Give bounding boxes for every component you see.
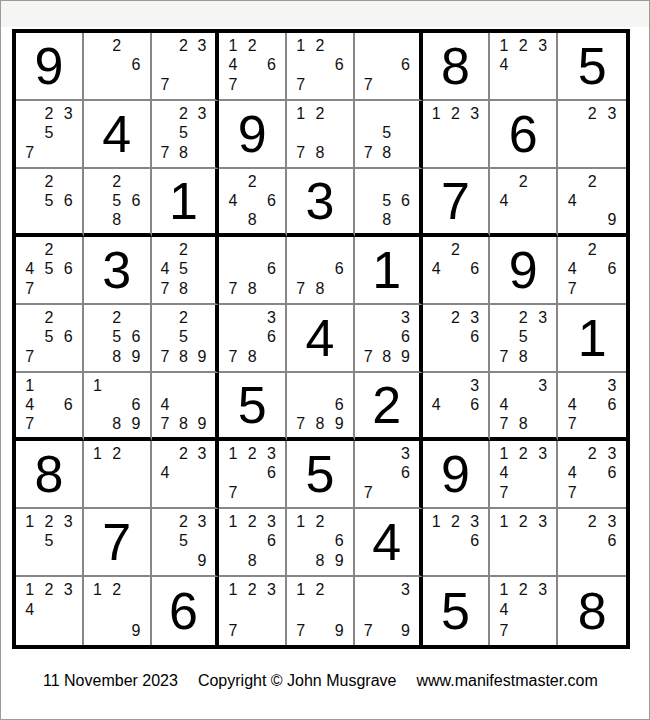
pencil-slot-empty bbox=[514, 191, 533, 210]
pencil-mark-8: 8 bbox=[174, 143, 193, 163]
pencil-marks: 246 bbox=[423, 237, 489, 303]
cell-r3c1[interactable]: 256 bbox=[16, 169, 84, 237]
cell-r5c2[interactable]: 25689 bbox=[84, 305, 152, 373]
pencil-slot-empty bbox=[396, 143, 415, 163]
pencil-mark-6: 6 bbox=[465, 260, 484, 280]
cell-r8c9[interactable]: 236 bbox=[558, 509, 626, 577]
cell-r4c8[interactable]: 9 bbox=[490, 237, 558, 305]
pencil-slot-empty bbox=[514, 376, 533, 395]
cell-r2c5[interactable]: 1278 bbox=[287, 101, 355, 169]
pencil-mark-2: 2 bbox=[582, 172, 602, 191]
pencil-mark-7: 7 bbox=[156, 414, 175, 433]
pencil-slot-empty bbox=[223, 172, 242, 191]
cell-r5c6[interactable]: 36789 bbox=[355, 305, 423, 373]
cell-r5c5[interactable]: 4 bbox=[287, 305, 355, 373]
pencil-slot-empty bbox=[359, 172, 378, 191]
cell-r8c3[interactable]: 2359 bbox=[152, 509, 220, 577]
pencil-slot-empty bbox=[20, 551, 39, 571]
pencil-marks: 12 bbox=[84, 441, 150, 507]
pencil-mark-3: 3 bbox=[262, 580, 281, 600]
cell-r9c7[interactable]: 5 bbox=[423, 577, 491, 645]
pencil-slot-empty bbox=[446, 414, 465, 433]
pencil-mark-2: 2 bbox=[39, 512, 58, 532]
cell-r7c8[interactable]: 12347 bbox=[490, 441, 558, 509]
cell-value: 9 bbox=[16, 33, 82, 99]
pencil-slot-empty bbox=[330, 104, 349, 124]
pencil-marks: 12368 bbox=[219, 509, 285, 575]
cell-r2c7[interactable]: 123 bbox=[423, 101, 491, 169]
pencil-slot-empty bbox=[262, 600, 281, 620]
pencil-slot-empty bbox=[562, 124, 582, 144]
pencil-slot-empty bbox=[427, 532, 446, 552]
pencil-slot-empty bbox=[377, 75, 396, 95]
pencil-slot-empty bbox=[310, 395, 329, 414]
page-footer: 11 November 2023Copyright © John Musgrav… bbox=[43, 672, 598, 690]
cell-r5c7[interactable]: 236 bbox=[423, 305, 491, 373]
pencil-mark-5: 5 bbox=[514, 328, 533, 348]
cell-r8c1[interactable]: 1235 bbox=[16, 509, 84, 577]
cell-r2c3[interactable]: 23578 bbox=[152, 101, 220, 169]
cell-r1c3[interactable]: 237 bbox=[152, 33, 220, 101]
pencil-slot-empty bbox=[465, 347, 484, 367]
puzzle-date: 11 November 2023 bbox=[43, 672, 178, 689]
cell-r9c1[interactable]: 1234 bbox=[16, 577, 84, 645]
cell-r9c5[interactable]: 1279 bbox=[287, 577, 355, 645]
pencil-mark-6: 6 bbox=[396, 464, 415, 484]
pencil-slot-empty bbox=[427, 328, 446, 348]
cell-r7c6[interactable]: 367 bbox=[355, 441, 423, 509]
pencil-slot-empty bbox=[514, 621, 533, 641]
pencil-slot-empty bbox=[291, 56, 310, 76]
pencil-marks: 237 bbox=[152, 33, 216, 99]
pencil-slot-empty bbox=[59, 124, 78, 144]
pencil-slot-empty bbox=[582, 143, 602, 163]
cell-r8c5[interactable]: 12689 bbox=[287, 509, 355, 577]
pencil-slot-empty bbox=[193, 483, 212, 503]
pencil-mark-6: 6 bbox=[126, 56, 145, 76]
pencil-mark-3: 3 bbox=[533, 308, 552, 328]
pencil-slot-empty bbox=[533, 395, 552, 414]
pencil-slot-empty bbox=[396, 124, 415, 144]
cell-r6c6[interactable]: 2 bbox=[355, 373, 423, 441]
cell-r3c8[interactable]: 24 bbox=[490, 169, 558, 237]
cell-r1c6[interactable]: 67 bbox=[355, 33, 423, 101]
pencil-slot-empty bbox=[193, 395, 212, 414]
pencil-slot-empty bbox=[359, 580, 378, 600]
pencil-marks: 24578 bbox=[152, 237, 216, 303]
pencil-slot-empty bbox=[446, 143, 465, 163]
cell-r4c1[interactable]: 24567 bbox=[16, 237, 84, 305]
pencil-slot-empty bbox=[602, 279, 622, 299]
pencil-slot-empty bbox=[377, 483, 396, 503]
pencil-marks: 25689 bbox=[84, 305, 150, 371]
cell-r3c4[interactable]: 2468 bbox=[219, 169, 287, 237]
pencil-mark-6: 6 bbox=[396, 191, 415, 210]
cell-r8c8[interactable]: 123 bbox=[490, 509, 558, 577]
cell-r2c2[interactable]: 4 bbox=[84, 101, 152, 169]
pencil-mark-6: 6 bbox=[59, 395, 78, 414]
pencil-mark-3: 3 bbox=[193, 512, 212, 532]
pencil-mark-8: 8 bbox=[243, 210, 262, 229]
pencil-marks: 234 bbox=[152, 441, 216, 507]
pencil-marks: 249 bbox=[558, 169, 626, 233]
pencil-mark-4: 4 bbox=[562, 464, 582, 484]
pencil-slot-empty bbox=[396, 600, 415, 620]
pencil-mark-8: 8 bbox=[310, 551, 329, 571]
cell-r7c7[interactable]: 9 bbox=[423, 441, 491, 509]
cell-r2c1[interactable]: 2357 bbox=[16, 101, 84, 169]
cell-value: 5 bbox=[287, 441, 353, 507]
pencil-slot-empty bbox=[88, 464, 107, 484]
pencil-slot-empty bbox=[494, 551, 513, 571]
cell-r9c8[interactable]: 12347 bbox=[490, 577, 558, 645]
pencil-slot-empty bbox=[88, 328, 107, 348]
pencil-slot-empty bbox=[494, 210, 513, 229]
cell-r5c3[interactable]: 25789 bbox=[152, 305, 220, 373]
pencil-mark-2: 2 bbox=[243, 444, 262, 464]
pencil-slot-empty bbox=[156, 483, 175, 503]
pencil-mark-5: 5 bbox=[174, 532, 193, 552]
pencil-slot-empty bbox=[377, 464, 396, 484]
pencil-marks: 123 bbox=[490, 509, 556, 575]
copyright-text: Copyright © John Musgrave bbox=[198, 672, 397, 689]
pencil-slot-empty bbox=[562, 240, 582, 260]
pencil-slot-empty bbox=[262, 172, 281, 191]
pencil-slot-empty bbox=[494, 328, 513, 348]
pencil-slot-empty bbox=[359, 328, 378, 348]
pencil-marks: 123 bbox=[423, 101, 489, 167]
pencil-mark-6: 6 bbox=[330, 395, 349, 414]
cell-r1c7[interactable]: 8 bbox=[423, 33, 491, 101]
pencil-marks: 4789 bbox=[152, 373, 216, 437]
cell-r4c9[interactable]: 2467 bbox=[558, 237, 626, 305]
cell-r2c4[interactable]: 9 bbox=[219, 101, 287, 169]
pencil-mark-2: 2 bbox=[310, 580, 329, 600]
pencil-slot-empty bbox=[20, 308, 39, 328]
pencil-slot-empty bbox=[427, 414, 446, 433]
pencil-slot-empty bbox=[396, 36, 415, 56]
pencil-slot-empty bbox=[494, 532, 513, 552]
cell-r7c5[interactable]: 5 bbox=[287, 441, 355, 509]
cell-r4c3[interactable]: 24578 bbox=[152, 237, 220, 305]
pencil-mark-3: 3 bbox=[602, 512, 622, 532]
pencil-mark-9: 9 bbox=[330, 414, 349, 433]
cell-r5c8[interactable]: 23578 bbox=[490, 305, 558, 373]
cell-r9c4[interactable]: 1237 bbox=[219, 577, 287, 645]
pencil-marks: 26 bbox=[84, 33, 150, 99]
pencil-slot-empty bbox=[243, 56, 262, 76]
pencil-mark-7: 7 bbox=[562, 279, 582, 299]
pencil-marks: 678 bbox=[219, 237, 285, 303]
pencil-mark-2: 2 bbox=[243, 580, 262, 600]
pencil-mark-2: 2 bbox=[446, 308, 465, 328]
pencil-slot-empty bbox=[494, 172, 513, 191]
pencil-mark-6: 6 bbox=[465, 532, 484, 552]
pencil-slot-empty bbox=[39, 376, 58, 395]
pencil-slot-empty bbox=[223, 240, 242, 260]
pencil-mark-7: 7 bbox=[562, 414, 582, 433]
pencil-slot-empty bbox=[243, 621, 262, 641]
pencil-mark-4: 4 bbox=[494, 464, 513, 484]
pencil-mark-4: 4 bbox=[494, 395, 513, 414]
pencil-mark-2: 2 bbox=[514, 512, 533, 532]
cell-r5c1[interactable]: 2567 bbox=[16, 305, 84, 373]
pencil-mark-7: 7 bbox=[359, 483, 378, 503]
pencil-mark-1: 1 bbox=[223, 36, 242, 56]
pencil-slot-empty bbox=[514, 551, 533, 571]
pencil-slot-empty bbox=[107, 75, 126, 95]
pencil-slot-empty bbox=[88, 600, 107, 620]
cell-value: 1 bbox=[558, 305, 626, 371]
pencil-slot-empty bbox=[465, 124, 484, 144]
cell-r6c1[interactable]: 1467 bbox=[16, 373, 84, 441]
cell-r2c8[interactable]: 6 bbox=[490, 101, 558, 169]
pencil-mark-7: 7 bbox=[562, 483, 582, 503]
pencil-mark-2: 2 bbox=[514, 172, 533, 191]
pencil-slot-empty bbox=[174, 464, 193, 484]
pencil-slot-empty bbox=[396, 75, 415, 95]
pencil-mark-2: 2 bbox=[582, 240, 602, 260]
pencil-marks: 1467 bbox=[16, 373, 82, 437]
pencil-mark-1: 1 bbox=[494, 512, 513, 532]
pencil-slot-empty bbox=[427, 279, 446, 299]
pencil-mark-6: 6 bbox=[126, 191, 145, 210]
pencil-slot-empty bbox=[582, 191, 602, 210]
pencil-slot-empty bbox=[156, 551, 175, 571]
pencil-slot-empty bbox=[59, 532, 78, 552]
pencil-slot-empty bbox=[291, 600, 310, 620]
pencil-mark-6: 6 bbox=[602, 260, 622, 280]
pencil-mark-3: 3 bbox=[533, 512, 552, 532]
pencil-mark-7: 7 bbox=[494, 483, 513, 503]
pencil-slot-empty bbox=[465, 143, 484, 163]
pencil-slot-empty bbox=[602, 191, 622, 210]
pencil-mark-3: 3 bbox=[465, 376, 484, 395]
pencil-slot-empty bbox=[126, 308, 145, 328]
pencil-slot-empty bbox=[20, 240, 39, 260]
cell-r3c6[interactable]: 568 bbox=[355, 169, 423, 237]
cell-r7c9[interactable]: 23467 bbox=[558, 441, 626, 509]
pencil-mark-6: 6 bbox=[59, 328, 78, 348]
pencil-mark-1: 1 bbox=[223, 512, 242, 532]
cell-value: 4 bbox=[84, 101, 150, 167]
cell-r1c5[interactable]: 1267 bbox=[287, 33, 355, 101]
pencil-mark-8: 8 bbox=[514, 347, 533, 367]
pencil-mark-1: 1 bbox=[20, 580, 39, 600]
cell-r4c7[interactable]: 246 bbox=[423, 237, 491, 305]
pencil-mark-6: 6 bbox=[262, 191, 281, 210]
pencil-slot-empty bbox=[602, 124, 622, 144]
pencil-slot-empty bbox=[446, 124, 465, 144]
pencil-slot-empty bbox=[514, 395, 533, 414]
pencil-mark-5: 5 bbox=[174, 328, 193, 348]
pencil-marks: 67 bbox=[355, 33, 419, 99]
cell-r1c4[interactable]: 12467 bbox=[219, 33, 287, 101]
pencil-mark-4: 4 bbox=[223, 191, 242, 210]
cell-r4c5[interactable]: 678 bbox=[287, 237, 355, 305]
cell-r6c7[interactable]: 346 bbox=[423, 373, 491, 441]
cell-r4c4[interactable]: 678 bbox=[219, 237, 287, 305]
pencil-mark-7: 7 bbox=[223, 279, 242, 299]
pencil-slot-empty bbox=[88, 210, 107, 229]
pencil-slot-empty bbox=[126, 600, 145, 620]
pencil-slot-empty bbox=[602, 172, 622, 191]
pencil-slot-empty bbox=[107, 56, 126, 76]
pencil-mark-7: 7 bbox=[359, 347, 378, 367]
cell-r1c1[interactable]: 9 bbox=[16, 33, 84, 101]
pencil-mark-7: 7 bbox=[223, 483, 242, 503]
pencil-slot-empty bbox=[59, 143, 78, 163]
cell-r2c6[interactable]: 578 bbox=[355, 101, 423, 169]
pencil-mark-3: 3 bbox=[602, 104, 622, 124]
cell-value: 3 bbox=[287, 169, 353, 233]
pencil-slot-empty bbox=[20, 104, 39, 124]
pencil-mark-8: 8 bbox=[377, 143, 396, 163]
pencil-marks: 12689 bbox=[287, 509, 353, 575]
pencil-mark-3: 3 bbox=[59, 104, 78, 124]
pencil-marks: 1234 bbox=[16, 577, 82, 645]
pencil-slot-empty bbox=[88, 191, 107, 210]
pencil-slot-empty bbox=[602, 143, 622, 163]
cell-r8c2[interactable]: 7 bbox=[84, 509, 152, 577]
cell-r6c8[interactable]: 3478 bbox=[490, 373, 558, 441]
pencil-slot-empty bbox=[156, 124, 175, 144]
pencil-slot-empty bbox=[243, 75, 262, 95]
pencil-slot-empty bbox=[465, 551, 484, 571]
pencil-slot-empty bbox=[446, 279, 465, 299]
pencil-slot-empty bbox=[156, 444, 175, 464]
pencil-slot-empty bbox=[514, 210, 533, 229]
cell-r9c6[interactable]: 379 bbox=[355, 577, 423, 645]
sudoku-board: 9262371246712676781234523574235789127857… bbox=[12, 29, 630, 649]
pencil-mark-2: 2 bbox=[446, 240, 465, 260]
cell-r6c9[interactable]: 3467 bbox=[558, 373, 626, 441]
pencil-slot-empty bbox=[39, 621, 58, 641]
cell-r4c2[interactable]: 3 bbox=[84, 237, 152, 305]
pencil-mark-2: 2 bbox=[39, 172, 58, 191]
pencil-mark-3: 3 bbox=[262, 308, 281, 328]
pencil-slot-empty bbox=[514, 75, 533, 95]
pencil-mark-3: 3 bbox=[396, 444, 415, 464]
pencil-mark-3: 3 bbox=[59, 580, 78, 600]
pencil-slot-empty bbox=[156, 532, 175, 552]
pencil-mark-3: 3 bbox=[602, 444, 622, 464]
cell-r6c2[interactable]: 1689 bbox=[84, 373, 152, 441]
cell-r3c7[interactable]: 7 bbox=[423, 169, 491, 237]
cell-r9c2[interactable]: 129 bbox=[84, 577, 152, 645]
pencil-marks: 678 bbox=[287, 237, 353, 303]
cell-r1c9[interactable]: 5 bbox=[558, 33, 626, 101]
pencil-mark-5: 5 bbox=[107, 191, 126, 210]
cell-r8c4[interactable]: 12368 bbox=[219, 509, 287, 577]
pencil-slot-empty bbox=[88, 75, 107, 95]
cell-r5c4[interactable]: 3678 bbox=[219, 305, 287, 373]
pencil-slot-empty bbox=[39, 414, 58, 433]
pencil-mark-1: 1 bbox=[291, 580, 310, 600]
cell-r3c3[interactable]: 1 bbox=[152, 169, 220, 237]
pencil-marks: 568 bbox=[355, 169, 419, 233]
cell-r4c6[interactable]: 1 bbox=[355, 237, 423, 305]
pencil-slot-empty bbox=[396, 210, 415, 229]
cell-value: 1 bbox=[355, 237, 419, 303]
cell-value: 1 bbox=[152, 169, 216, 233]
pencil-slot-empty bbox=[446, 395, 465, 414]
pencil-slot-empty bbox=[582, 483, 602, 503]
pencil-slot-empty bbox=[582, 124, 602, 144]
pencil-mark-2: 2 bbox=[107, 444, 126, 464]
pencil-slot-empty bbox=[88, 483, 107, 503]
pencil-mark-6: 6 bbox=[59, 191, 78, 210]
cell-r2c9[interactable]: 23 bbox=[558, 101, 626, 169]
pencil-marks: 1279 bbox=[287, 577, 353, 645]
pencil-slot-empty bbox=[359, 308, 378, 328]
pencil-slot-empty bbox=[262, 483, 281, 503]
pencil-slot-empty bbox=[193, 279, 212, 299]
pencil-slot-empty bbox=[330, 512, 349, 532]
cell-r5c9[interactable]: 1 bbox=[558, 305, 626, 373]
pencil-mark-1: 1 bbox=[291, 512, 310, 532]
pencil-slot-empty bbox=[39, 347, 58, 367]
pencil-slot-empty bbox=[193, 240, 212, 260]
pencil-slot-empty bbox=[514, 464, 533, 484]
pencil-mark-2: 2 bbox=[174, 36, 193, 56]
cell-r1c2[interactable]: 26 bbox=[84, 33, 152, 101]
pencil-mark-2: 2 bbox=[582, 104, 602, 124]
pencil-slot-empty bbox=[330, 36, 349, 56]
pencil-slot-empty bbox=[582, 260, 602, 280]
cell-r3c2[interactable]: 2568 bbox=[84, 169, 152, 237]
pencil-mark-7: 7 bbox=[223, 347, 242, 367]
pencil-slot-empty bbox=[427, 308, 446, 328]
pencil-mark-5: 5 bbox=[377, 124, 396, 144]
pencil-slot-empty bbox=[330, 279, 349, 299]
pencil-slot-empty bbox=[310, 621, 329, 641]
cell-r7c4[interactable]: 12367 bbox=[219, 441, 287, 509]
pencil-mark-2: 2 bbox=[107, 308, 126, 328]
pencil-mark-2: 2 bbox=[174, 444, 193, 464]
cell-r7c2[interactable]: 12 bbox=[84, 441, 152, 509]
pencil-mark-1: 1 bbox=[427, 104, 446, 124]
cell-r8c7[interactable]: 1236 bbox=[423, 509, 491, 577]
pencil-slot-empty bbox=[582, 551, 602, 571]
cell-r9c9[interactable]: 8 bbox=[558, 577, 626, 645]
cell-r7c3[interactable]: 234 bbox=[152, 441, 220, 509]
pencil-slot-empty bbox=[291, 376, 310, 395]
pencil-mark-9: 9 bbox=[330, 551, 349, 571]
pencil-slot-empty bbox=[533, 464, 552, 484]
cell-value: 9 bbox=[219, 101, 285, 167]
cell-r6c5[interactable]: 6789 bbox=[287, 373, 355, 441]
cell-r9c3[interactable]: 6 bbox=[152, 577, 220, 645]
pencil-mark-9: 9 bbox=[126, 347, 145, 367]
pencil-mark-9: 9 bbox=[193, 347, 212, 367]
cell-r3c9[interactable]: 249 bbox=[558, 169, 626, 237]
cell-r3c5[interactable]: 3 bbox=[287, 169, 355, 237]
pencil-slot-empty bbox=[262, 551, 281, 571]
pencil-marks: 367 bbox=[355, 441, 419, 507]
cell-r1c8[interactable]: 1234 bbox=[490, 33, 558, 101]
pencil-marks: 578 bbox=[355, 101, 419, 167]
pencil-mark-2: 2 bbox=[514, 308, 533, 328]
cell-r7c1[interactable]: 8 bbox=[16, 441, 84, 509]
cell-r8c6[interactable]: 4 bbox=[355, 509, 423, 577]
pencil-mark-2: 2 bbox=[174, 512, 193, 532]
pencil-slot-empty bbox=[59, 279, 78, 299]
cell-r6c3[interactable]: 4789 bbox=[152, 373, 220, 441]
pencil-mark-2: 2 bbox=[582, 444, 602, 464]
cell-r6c4[interactable]: 5 bbox=[219, 373, 287, 441]
pencil-mark-2: 2 bbox=[174, 240, 193, 260]
